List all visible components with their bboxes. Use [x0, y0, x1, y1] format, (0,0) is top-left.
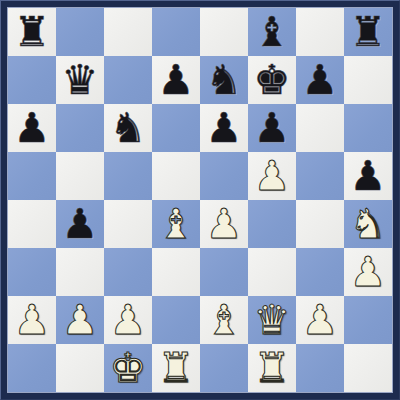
square-h1[interactable] [344, 344, 392, 392]
square-g2[interactable]: ♟ [296, 296, 344, 344]
square-f8[interactable]: ♝ [248, 8, 296, 56]
square-c6[interactable]: ♞ [104, 104, 152, 152]
white-bishop-e2[interactable]: ♝ [206, 296, 243, 344]
white-rook-d1[interactable]: ♜ [158, 344, 195, 392]
square-h3[interactable]: ♟ [344, 248, 392, 296]
square-c8[interactable] [104, 8, 152, 56]
white-pawn-g2[interactable]: ♟ [302, 296, 339, 344]
black-pawn-g7[interactable]: ♟ [302, 56, 339, 104]
square-h6[interactable] [344, 104, 392, 152]
black-pawn-h5[interactable]: ♟ [350, 152, 387, 200]
white-pawn-e4[interactable]: ♟ [206, 200, 243, 248]
square-c3[interactable] [104, 248, 152, 296]
black-pawn-b4[interactable]: ♟ [62, 200, 99, 248]
square-d6[interactable] [152, 104, 200, 152]
square-b4[interactable]: ♟ [56, 200, 104, 248]
black-knight-c6[interactable]: ♞ [110, 104, 147, 152]
square-e4[interactable]: ♟ [200, 200, 248, 248]
square-f6[interactable]: ♟ [248, 104, 296, 152]
square-d5[interactable] [152, 152, 200, 200]
square-e6[interactable]: ♟ [200, 104, 248, 152]
white-pawn-a2[interactable]: ♟ [14, 296, 51, 344]
square-d1[interactable]: ♜ [152, 344, 200, 392]
white-bishop-d4[interactable]: ♝ [158, 200, 195, 248]
square-f7[interactable]: ♚ [248, 56, 296, 104]
square-e2[interactable]: ♝ [200, 296, 248, 344]
square-d3[interactable] [152, 248, 200, 296]
square-h8[interactable]: ♜ [344, 8, 392, 56]
white-rook-f1[interactable]: ♜ [254, 344, 291, 392]
square-a3[interactable] [8, 248, 56, 296]
square-c2[interactable]: ♟ [104, 296, 152, 344]
black-knight-e7[interactable]: ♞ [206, 56, 243, 104]
square-d4[interactable]: ♝ [152, 200, 200, 248]
square-b1[interactable] [56, 344, 104, 392]
square-h2[interactable] [344, 296, 392, 344]
chess-board-frame: ♜♝♜♛♟♞♚♟♟♞♟♟♟♟♟♝♟♞♟♟♟♟♝♛♟♚♜♜ [0, 0, 400, 400]
square-a1[interactable] [8, 344, 56, 392]
square-a4[interactable] [8, 200, 56, 248]
chess-board: ♜♝♜♛♟♞♚♟♟♞♟♟♟♟♟♝♟♞♟♟♟♟♝♛♟♚♜♜ [8, 8, 392, 392]
square-d7[interactable]: ♟ [152, 56, 200, 104]
square-b6[interactable] [56, 104, 104, 152]
white-pawn-c2[interactable]: ♟ [110, 296, 147, 344]
black-king-f7[interactable]: ♚ [254, 56, 291, 104]
white-queen-f2[interactable]: ♛ [254, 296, 291, 344]
square-b3[interactable] [56, 248, 104, 296]
square-g1[interactable] [296, 344, 344, 392]
square-b7[interactable]: ♛ [56, 56, 104, 104]
white-king-c1[interactable]: ♚ [110, 344, 147, 392]
square-g7[interactable]: ♟ [296, 56, 344, 104]
square-b8[interactable] [56, 8, 104, 56]
black-pawn-f6[interactable]: ♟ [254, 104, 291, 152]
square-a8[interactable]: ♜ [8, 8, 56, 56]
square-h7[interactable] [344, 56, 392, 104]
square-a7[interactable] [8, 56, 56, 104]
square-c5[interactable] [104, 152, 152, 200]
square-c4[interactable] [104, 200, 152, 248]
white-pawn-f5[interactable]: ♟ [254, 152, 291, 200]
black-pawn-d7[interactable]: ♟ [158, 56, 195, 104]
square-e3[interactable] [200, 248, 248, 296]
square-b5[interactable] [56, 152, 104, 200]
square-e7[interactable]: ♞ [200, 56, 248, 104]
square-e1[interactable] [200, 344, 248, 392]
square-h5[interactable]: ♟ [344, 152, 392, 200]
black-queen-b7[interactable]: ♛ [62, 56, 99, 104]
square-h4[interactable]: ♞ [344, 200, 392, 248]
white-knight-h4[interactable]: ♞ [350, 200, 387, 248]
square-f5[interactable]: ♟ [248, 152, 296, 200]
white-pawn-h3[interactable]: ♟ [350, 248, 387, 296]
square-g8[interactable] [296, 8, 344, 56]
black-pawn-e6[interactable]: ♟ [206, 104, 243, 152]
square-d2[interactable] [152, 296, 200, 344]
square-b2[interactable]: ♟ [56, 296, 104, 344]
black-bishop-f8[interactable]: ♝ [254, 8, 291, 56]
square-f3[interactable] [248, 248, 296, 296]
square-f4[interactable] [248, 200, 296, 248]
square-d8[interactable] [152, 8, 200, 56]
square-g6[interactable] [296, 104, 344, 152]
square-c1[interactable]: ♚ [104, 344, 152, 392]
square-e8[interactable] [200, 8, 248, 56]
square-f1[interactable]: ♜ [248, 344, 296, 392]
black-rook-h8[interactable]: ♜ [350, 8, 387, 56]
square-e5[interactable] [200, 152, 248, 200]
black-rook-a8[interactable]: ♜ [14, 8, 51, 56]
square-a6[interactable]: ♟ [8, 104, 56, 152]
square-a2[interactable]: ♟ [8, 296, 56, 344]
square-g5[interactable] [296, 152, 344, 200]
black-pawn-a6[interactable]: ♟ [14, 104, 51, 152]
square-f2[interactable]: ♛ [248, 296, 296, 344]
square-g3[interactable] [296, 248, 344, 296]
square-g4[interactable] [296, 200, 344, 248]
square-c7[interactable] [104, 56, 152, 104]
square-a5[interactable] [8, 152, 56, 200]
white-pawn-b2[interactable]: ♟ [62, 296, 99, 344]
